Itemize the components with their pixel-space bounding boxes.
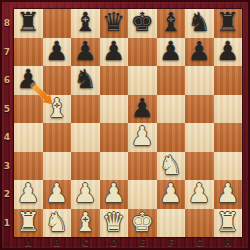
square-g8[interactable]: ♞	[185, 9, 214, 38]
square-a4[interactable]	[14, 123, 43, 152]
piece-white-king[interactable]: ♚	[131, 209, 154, 235]
square-f8[interactable]: ♝	[157, 9, 186, 38]
square-d8[interactable]: ♛	[100, 9, 129, 38]
square-b2[interactable]: ♟	[43, 180, 72, 209]
piece-black-knight[interactable]: ♞	[188, 9, 211, 35]
piece-black-pawn[interactable]: ♟	[45, 38, 68, 64]
square-d5[interactable]	[100, 95, 129, 124]
square-c6[interactable]: ♞	[71, 66, 100, 95]
piece-white-pawn[interactable]: ♟	[45, 180, 68, 206]
square-e8[interactable]: ♚	[128, 9, 157, 38]
square-e1[interactable]: ♚	[128, 209, 157, 238]
piece-black-knight[interactable]: ♞	[74, 66, 97, 92]
rank-label-1: 1	[0, 218, 14, 228]
piece-white-knight[interactable]: ♞	[45, 209, 68, 235]
piece-white-bishop[interactable]: ♝	[74, 209, 97, 235]
square-b4[interactable]	[43, 123, 72, 152]
piece-black-pawn[interactable]: ♟	[17, 66, 40, 92]
square-e4[interactable]: ♟	[128, 123, 157, 152]
file-label-h: H	[214, 238, 243, 248]
piece-white-pawn[interactable]: ♟	[17, 180, 40, 206]
rank-label-4: 4	[0, 132, 14, 142]
square-c5[interactable]	[71, 95, 100, 124]
file-label-e: E	[128, 238, 157, 248]
square-a5[interactable]	[14, 95, 43, 124]
square-h6[interactable]	[214, 66, 243, 95]
square-c3[interactable]	[71, 152, 100, 181]
square-a8[interactable]: ♜	[14, 9, 43, 38]
square-b7[interactable]: ♟	[43, 38, 72, 67]
square-f6[interactable]	[157, 66, 186, 95]
piece-white-rook[interactable]: ♜	[216, 209, 239, 235]
piece-white-bishop[interactable]: ♝	[45, 95, 68, 121]
square-a6[interactable]: ♟	[14, 66, 43, 95]
piece-black-pawn[interactable]: ♟	[188, 38, 211, 64]
piece-white-knight[interactable]: ♞	[159, 152, 182, 178]
square-d4[interactable]	[100, 123, 129, 152]
square-e7[interactable]	[128, 38, 157, 67]
square-f4[interactable]	[157, 123, 186, 152]
rank-label-6: 6	[0, 75, 14, 85]
piece-white-queen[interactable]: ♛	[102, 209, 125, 235]
square-h3[interactable]	[214, 152, 243, 181]
square-a1[interactable]: ♜	[14, 209, 43, 238]
piece-white-pawn[interactable]: ♟	[102, 180, 125, 206]
square-b8[interactable]	[43, 9, 72, 38]
square-a2[interactable]: ♟	[14, 180, 43, 209]
square-h5[interactable]	[214, 95, 243, 124]
file-label-f: F	[157, 238, 186, 248]
file-label-g: G	[185, 238, 214, 248]
piece-white-pawn[interactable]: ♟	[74, 180, 97, 206]
piece-black-pawn[interactable]: ♟	[102, 38, 125, 64]
square-b3[interactable]	[43, 152, 72, 181]
square-h4[interactable]	[214, 123, 243, 152]
square-g7[interactable]: ♟	[185, 38, 214, 67]
square-h2[interactable]: ♟	[214, 180, 243, 209]
square-g4[interactable]	[185, 123, 214, 152]
square-a7[interactable]	[14, 38, 43, 67]
piece-black-rook[interactable]: ♜	[216, 9, 239, 35]
square-f3[interactable]: ♞	[157, 152, 186, 181]
piece-white-rook[interactable]: ♜	[17, 209, 40, 235]
file-label-a: A	[14, 238, 43, 248]
square-b1[interactable]: ♞	[43, 209, 72, 238]
square-h1[interactable]: ♜	[214, 209, 243, 238]
piece-white-pawn[interactable]: ♟	[159, 180, 182, 206]
square-a3[interactable]	[14, 152, 43, 181]
rank-label-8: 8	[0, 18, 14, 28]
piece-black-pawn[interactable]: ♟	[74, 38, 97, 64]
square-f7[interactable]: ♟	[157, 38, 186, 67]
piece-black-queen[interactable]: ♛	[102, 9, 125, 35]
square-e3[interactable]	[128, 152, 157, 181]
square-d6[interactable]	[100, 66, 129, 95]
square-h7[interactable]: ♟	[214, 38, 243, 67]
square-f2[interactable]: ♟	[157, 180, 186, 209]
piece-black-pawn[interactable]: ♟	[159, 38, 182, 64]
square-d3[interactable]	[100, 152, 129, 181]
square-g2[interactable]: ♟	[185, 180, 214, 209]
square-h8[interactable]: ♜	[214, 9, 243, 38]
piece-black-rook[interactable]: ♜	[17, 9, 40, 35]
piece-black-bishop[interactable]: ♝	[74, 9, 97, 35]
piece-black-pawn[interactable]: ♟	[131, 95, 154, 121]
file-label-b: B	[43, 238, 72, 248]
board-frame: ♜♝♛♚♝♞♜♟♟♟♟♟♟♟♞♝♟♟♞♟♟♟♟♟♟♟♜♞♝♛♚♜ 8765432…	[0, 0, 250, 250]
square-c2[interactable]: ♟	[71, 180, 100, 209]
rank-label-3: 3	[0, 161, 14, 171]
rank-label-7: 7	[0, 47, 14, 57]
square-d7[interactable]: ♟	[100, 38, 129, 67]
square-b5[interactable]: ♝	[43, 95, 72, 124]
square-e5[interactable]: ♟	[128, 95, 157, 124]
square-g3[interactable]	[185, 152, 214, 181]
square-c7[interactable]: ♟	[71, 38, 100, 67]
square-c8[interactable]: ♝	[71, 9, 100, 38]
square-e2[interactable]	[128, 180, 157, 209]
file-label-c: C	[71, 238, 100, 248]
piece-black-bishop[interactable]: ♝	[159, 9, 182, 35]
square-b6[interactable]	[43, 66, 72, 95]
file-label-d: D	[100, 238, 129, 248]
square-d1[interactable]: ♛	[100, 209, 129, 238]
square-f1[interactable]	[157, 209, 186, 238]
piece-black-king[interactable]: ♚	[131, 9, 154, 35]
square-g6[interactable]	[185, 66, 214, 95]
square-g1[interactable]	[185, 209, 214, 238]
piece-white-pawn[interactable]: ♟	[188, 180, 211, 206]
square-f5[interactable]	[157, 95, 186, 124]
square-d2[interactable]: ♟	[100, 180, 129, 209]
piece-white-pawn[interactable]: ♟	[216, 180, 239, 206]
square-g5[interactable]	[185, 95, 214, 124]
square-c1[interactable]: ♝	[71, 209, 100, 238]
rank-label-5: 5	[0, 104, 14, 114]
piece-white-pawn[interactable]: ♟	[131, 123, 154, 149]
square-c4[interactable]	[71, 123, 100, 152]
piece-black-pawn[interactable]: ♟	[216, 38, 239, 64]
chess-board: ♜♝♛♚♝♞♜♟♟♟♟♟♟♟♞♝♟♟♞♟♟♟♟♟♟♟♜♞♝♛♚♜	[14, 9, 242, 237]
square-e6[interactable]	[128, 66, 157, 95]
rank-label-2: 2	[0, 189, 14, 199]
